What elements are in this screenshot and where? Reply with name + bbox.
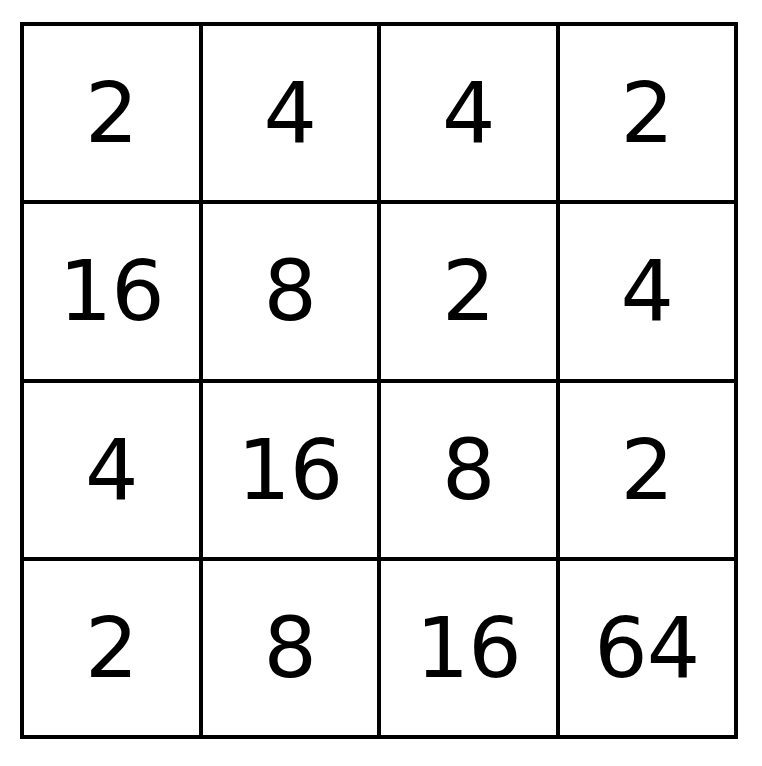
- cell-r2c2: 8: [381, 383, 556, 557]
- board: 2 4 4 2 16 8 2 4 4 16 8 2 2 8 16 64: [20, 22, 738, 739]
- cell-r2c0: 4: [24, 383, 199, 557]
- cell-r1c0: 16: [24, 204, 199, 378]
- cell-r3c0: 2: [24, 561, 199, 735]
- cell-r2c3: 2: [560, 383, 735, 557]
- cell-r0c2: 4: [381, 26, 556, 200]
- cell-r1c3: 4: [560, 204, 735, 378]
- cell-r2c1: 16: [203, 383, 378, 557]
- cell-r1c2: 2: [381, 204, 556, 378]
- cell-r3c1: 8: [203, 561, 378, 735]
- cell-r3c2: 16: [381, 561, 556, 735]
- cell-r3c3: 64: [560, 561, 735, 735]
- cell-r1c1: 8: [203, 204, 378, 378]
- cell-r0c1: 4: [203, 26, 378, 200]
- cell-r0c0: 2: [24, 26, 199, 200]
- cell-r0c3: 2: [560, 26, 735, 200]
